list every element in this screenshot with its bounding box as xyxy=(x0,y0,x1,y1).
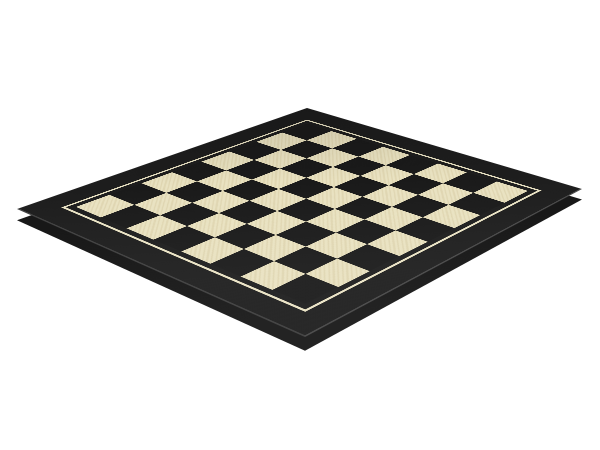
chess-board xyxy=(17,108,582,337)
product-photo xyxy=(0,0,600,450)
